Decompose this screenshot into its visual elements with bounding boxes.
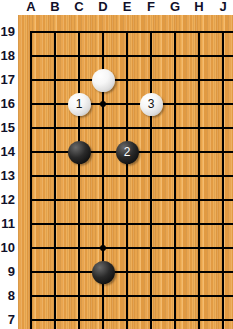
row-label-17: 17: [0, 73, 15, 87]
stone-white-D17: [92, 69, 115, 92]
row-label-19: 19: [0, 25, 15, 39]
go-diagram: ABCDEFGHJ 19181716151413121110987 132: [0, 0, 233, 329]
stone-move-number: 1: [76, 97, 83, 111]
column-label-E: E: [115, 0, 139, 14]
grid-line-h-13: [30, 175, 233, 177]
grid-line-h-10: [30, 247, 233, 249]
grid-line-v-G: [174, 31, 176, 329]
row-label-13: 13: [0, 169, 15, 183]
grid-line-h-8: [30, 295, 233, 297]
column-label-A: A: [19, 0, 43, 14]
stone-white-C16: 1: [68, 93, 91, 116]
grid-line-h-18: [30, 55, 233, 57]
row-label-11: 11: [0, 217, 15, 231]
grid-line-h-11: [30, 223, 233, 225]
column-label-H: H: [187, 0, 211, 14]
grid-line-v-E: [126, 31, 128, 329]
grid-line-h-17: [30, 79, 233, 81]
grid-line-v-C: [78, 31, 80, 329]
grid-line-h-19: [30, 31, 233, 33]
row-label-15: 15: [0, 121, 15, 135]
grid-line-h-7: [30, 319, 233, 321]
grid-line-v-F: [150, 31, 152, 329]
column-label-G: G: [163, 0, 187, 14]
grid-line-v-H: [198, 31, 200, 329]
grid-line-v-A: [30, 31, 32, 329]
row-label-16: 16: [0, 97, 15, 111]
stone-black-D9: [92, 261, 115, 284]
grid-line-v-J: [222, 31, 224, 329]
grid-line-h-12: [30, 199, 233, 201]
column-label-F: F: [139, 0, 163, 14]
column-label-B: B: [43, 0, 67, 14]
stone-move-number: 2: [124, 145, 131, 159]
column-label-D: D: [91, 0, 115, 14]
row-label-14: 14: [0, 145, 15, 159]
row-label-12: 12: [0, 193, 15, 207]
row-label-18: 18: [0, 49, 15, 63]
stone-black-E14: 2: [116, 141, 139, 164]
row-label-8: 8: [0, 289, 15, 303]
grid-line-v-B: [54, 31, 56, 329]
column-label-J: J: [211, 0, 233, 14]
column-label-C: C: [67, 0, 91, 14]
row-label-9: 9: [0, 265, 15, 279]
row-label-7: 7: [0, 313, 15, 327]
grid-line-h-9: [30, 271, 233, 273]
stone-white-F16: 3: [140, 93, 163, 116]
stone-black-C14: [68, 141, 91, 164]
star-point-D10: [100, 245, 106, 251]
star-point-D16: [100, 101, 106, 107]
grid-line-h-15: [30, 127, 233, 129]
row-label-10: 10: [0, 241, 15, 255]
stone-move-number: 3: [148, 97, 155, 111]
grid-line-h-16: [30, 103, 233, 105]
